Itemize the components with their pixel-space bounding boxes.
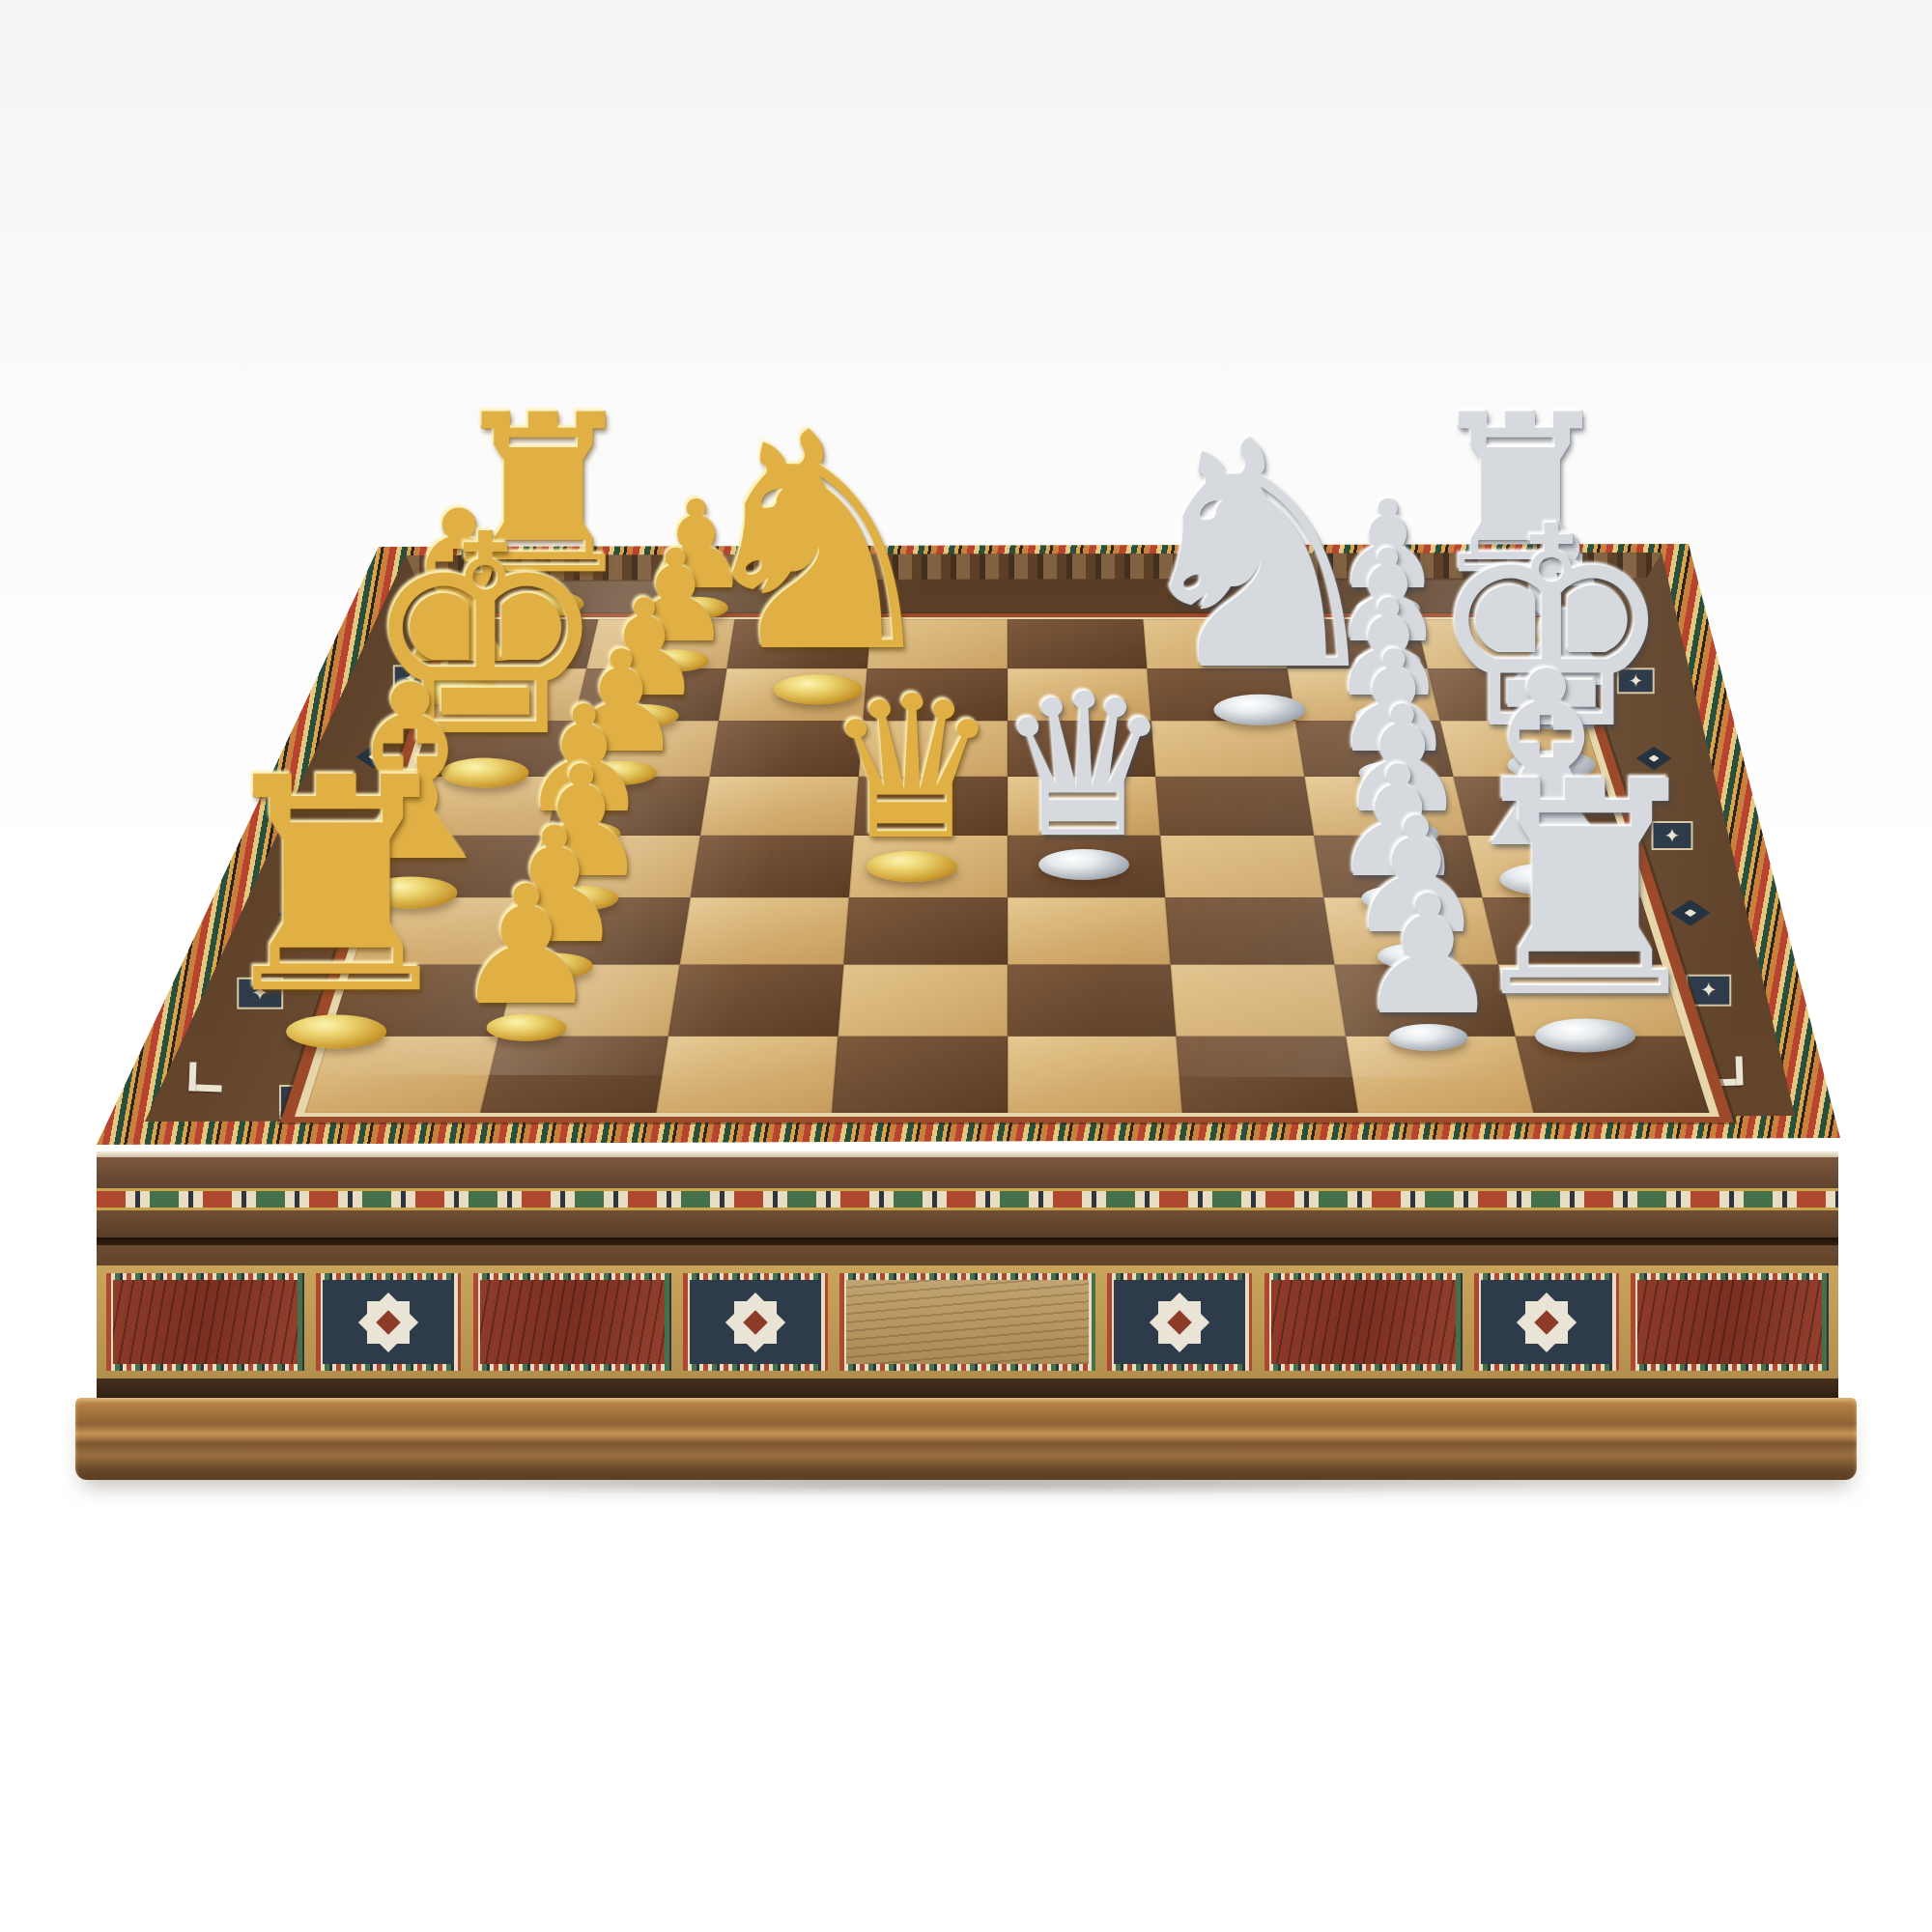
box-walnut-band-mid [97,1210,1838,1237]
box-lid-seam [97,1237,1838,1245]
box-dark-band [97,1378,1838,1398]
box-panel-red [1264,1273,1463,1371]
eight-point-star-tile [361,1295,415,1350]
box-panel-star [683,1273,828,1371]
box-front-face [97,1151,1838,1398]
box-walnut-band-lower [97,1245,1838,1265]
eight-point-star-tile [1520,1295,1574,1350]
box-panel-red [1631,1273,1829,1371]
box-walnut-band-upper [97,1157,1838,1188]
box-panel-olive [839,1273,1095,1371]
box-panel-star [1474,1273,1619,1371]
eight-point-star-tile [1152,1295,1207,1350]
eight-point-star-tile [728,1295,782,1350]
box-dash-inlay-band [97,1188,1838,1210]
box-mosaic-panel-strip [97,1265,1838,1378]
box-panel-red [473,1273,671,1371]
plinth-base [75,1398,1857,1480]
corner-mark-left [188,1058,224,1092]
box-panel-red [106,1273,304,1371]
corner-mark-right [1707,1052,1743,1086]
product-photo-scene: ✦✦✦✦✦✦✦✦✦ ♜♟♟♝♟♟♛♚♟♝♟♟♞♟♜♜♟♟♝♟♟♛♚♟♝♟♞♟♟♜ [0,0,1932,1932]
box-panel-star [316,1273,461,1371]
box-panel-star [1107,1273,1252,1371]
